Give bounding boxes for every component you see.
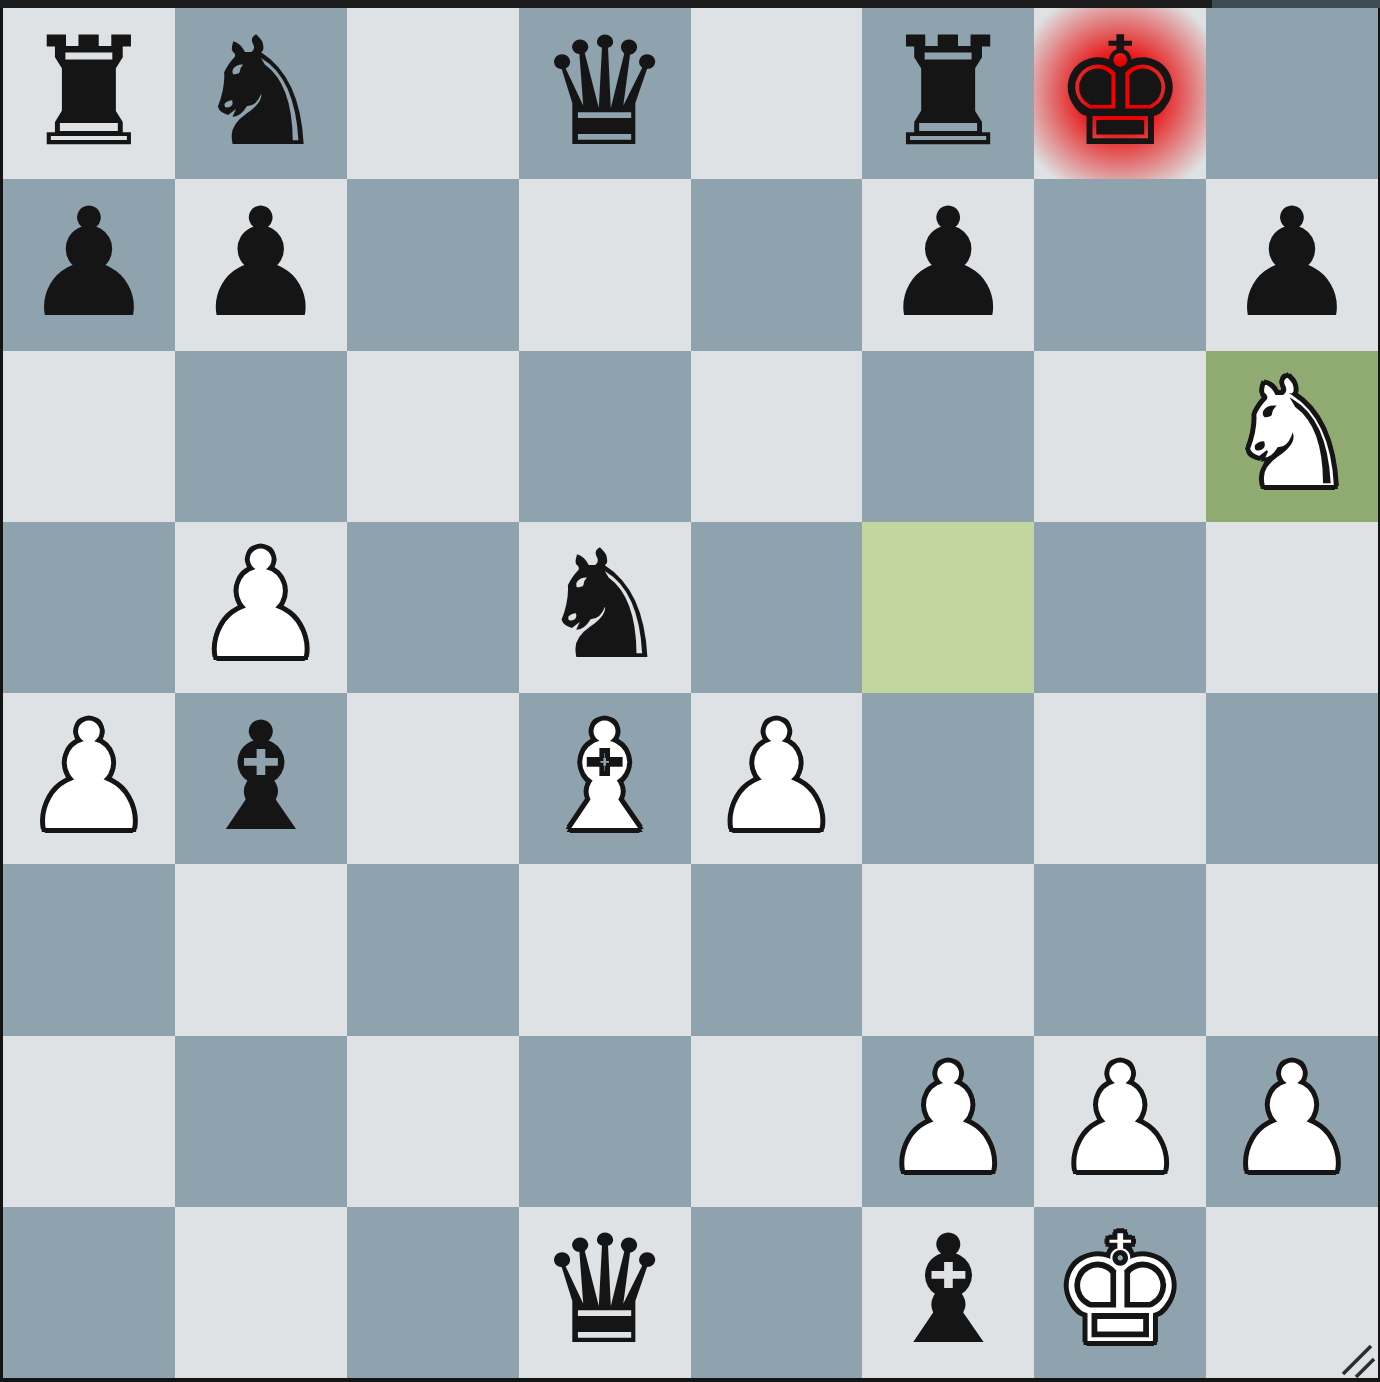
piece-black-rook[interactable]: ♜	[22, 17, 156, 167]
piece-white-knight[interactable]: ♞	[1225, 359, 1359, 509]
square-c1[interactable]	[347, 1207, 519, 1378]
square-d8[interactable]: ♛	[519, 8, 691, 179]
square-c8[interactable]	[347, 8, 519, 179]
square-a7[interactable]: ♟	[3, 179, 175, 350]
square-d4[interactable]: ♝	[519, 693, 691, 864]
piece-black-pawn[interactable]: ♟	[194, 188, 328, 338]
square-a1[interactable]	[3, 1207, 175, 1378]
square-e1[interactable]	[691, 1207, 863, 1378]
piece-black-pawn[interactable]: ♟	[22, 188, 156, 338]
square-c2[interactable]	[347, 1036, 519, 1207]
square-a4[interactable]: ♟	[3, 693, 175, 864]
square-d7[interactable]	[519, 179, 691, 350]
square-d1[interactable]: ♛	[519, 1207, 691, 1378]
square-f5[interactable]	[862, 522, 1034, 693]
piece-white-pawn[interactable]: ♟	[881, 1044, 1015, 1194]
square-c5[interactable]	[347, 522, 519, 693]
piece-black-pawn[interactable]: ♟	[881, 188, 1015, 338]
square-b6[interactable]	[175, 351, 347, 522]
square-b5[interactable]: ♟	[175, 522, 347, 693]
square-a8[interactable]: ♜	[3, 8, 175, 179]
square-f1[interactable]: ♝	[862, 1207, 1034, 1378]
square-d6[interactable]	[519, 351, 691, 522]
square-g4[interactable]	[1034, 693, 1206, 864]
square-g2[interactable]: ♟	[1034, 1036, 1206, 1207]
square-g8[interactable]: ♚	[1034, 8, 1206, 179]
square-c7[interactable]	[347, 179, 519, 350]
piece-black-queen[interactable]: ♛	[537, 17, 671, 167]
piece-black-bishop[interactable]: ♝	[881, 1215, 1015, 1365]
square-h7[interactable]: ♟	[1206, 179, 1378, 350]
square-g1[interactable]: ♚	[1034, 1207, 1206, 1378]
chess-board: ♜♞♛♜♚♟♟♟♟♞♟♞♟♝♝♟♟♟♟♛♝♚	[3, 8, 1378, 1378]
piece-black-knight[interactable]: ♞	[194, 17, 328, 167]
piece-black-pawn[interactable]: ♟	[1225, 188, 1359, 338]
square-g6[interactable]	[1034, 351, 1206, 522]
square-a3[interactable]	[3, 864, 175, 1035]
square-f6[interactable]	[862, 351, 1034, 522]
square-g3[interactable]	[1034, 864, 1206, 1035]
square-h6[interactable]: ♞	[1206, 351, 1378, 522]
piece-white-king[interactable]: ♚	[1053, 1215, 1187, 1365]
square-g5[interactable]	[1034, 522, 1206, 693]
square-b2[interactable]	[175, 1036, 347, 1207]
square-h4[interactable]	[1206, 693, 1378, 864]
square-e3[interactable]	[691, 864, 863, 1035]
square-h8[interactable]	[1206, 8, 1378, 179]
square-a2[interactable]	[3, 1036, 175, 1207]
square-e5[interactable]	[691, 522, 863, 693]
square-c3[interactable]	[347, 864, 519, 1035]
square-b1[interactable]	[175, 1207, 347, 1378]
square-h5[interactable]	[1206, 522, 1378, 693]
square-f7[interactable]: ♟	[862, 179, 1034, 350]
square-b4[interactable]: ♝	[175, 693, 347, 864]
piece-white-pawn[interactable]: ♟	[22, 702, 156, 852]
piece-black-king[interactable]: ♚	[1053, 17, 1187, 167]
piece-white-pawn[interactable]: ♟	[1225, 1044, 1359, 1194]
square-c4[interactable]	[347, 693, 519, 864]
top-border-right-segment	[1212, 0, 1380, 8]
square-d5[interactable]: ♞	[519, 522, 691, 693]
square-f2[interactable]: ♟	[862, 1036, 1034, 1207]
square-f8[interactable]: ♜	[862, 8, 1034, 179]
board-resize-handle-icon[interactable]	[1335, 1338, 1377, 1380]
square-h3[interactable]	[1206, 864, 1378, 1035]
piece-white-pawn[interactable]: ♟	[709, 702, 843, 852]
piece-black-knight[interactable]: ♞	[537, 530, 671, 680]
square-f4[interactable]	[862, 693, 1034, 864]
square-h2[interactable]: ♟	[1206, 1036, 1378, 1207]
piece-black-bishop[interactable]: ♝	[194, 702, 328, 852]
square-g7[interactable]	[1034, 179, 1206, 350]
square-d2[interactable]	[519, 1036, 691, 1207]
square-d3[interactable]	[519, 864, 691, 1035]
square-c6[interactable]	[347, 351, 519, 522]
piece-white-bishop[interactable]: ♝	[537, 702, 671, 852]
square-e4[interactable]: ♟	[691, 693, 863, 864]
square-a6[interactable]	[3, 351, 175, 522]
piece-white-pawn[interactable]: ♟	[194, 530, 328, 680]
square-e2[interactable]	[691, 1036, 863, 1207]
square-a5[interactable]	[3, 522, 175, 693]
square-e6[interactable]	[691, 351, 863, 522]
square-e7[interactable]	[691, 179, 863, 350]
square-f3[interactable]	[862, 864, 1034, 1035]
piece-white-pawn[interactable]: ♟	[1053, 1044, 1187, 1194]
square-b3[interactable]	[175, 864, 347, 1035]
square-e8[interactable]	[691, 8, 863, 179]
square-b7[interactable]: ♟	[175, 179, 347, 350]
piece-black-queen[interactable]: ♛	[537, 1215, 671, 1365]
piece-black-rook[interactable]: ♜	[881, 17, 1015, 167]
square-b8[interactable]: ♞	[175, 8, 347, 179]
